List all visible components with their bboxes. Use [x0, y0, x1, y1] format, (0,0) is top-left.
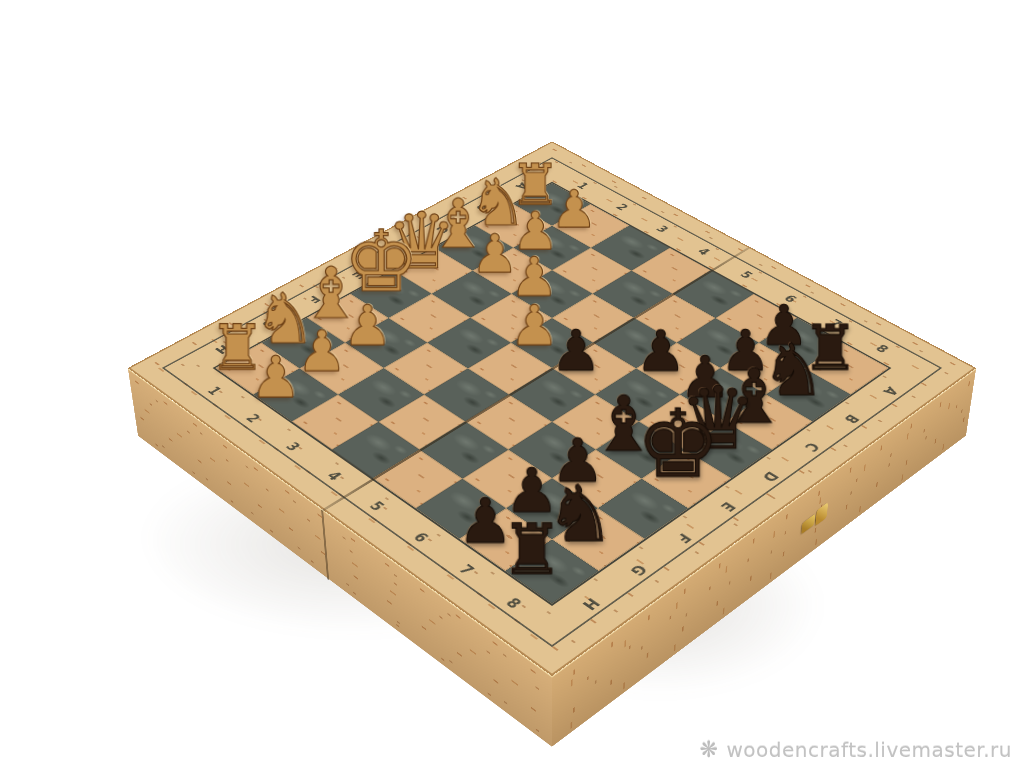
watermark: ❋ woodencrafts.livemaster.ru	[700, 737, 1012, 762]
black-rook-h8[interactable]: ♜	[498, 515, 565, 585]
latch-hook	[801, 514, 815, 535]
watermark-text: woodencrafts.livemaster.ru	[727, 738, 1013, 762]
white-pawn-h2[interactable]: ♟	[245, 349, 306, 406]
product-photo-scene: 11AA22BB33CC44DD55EE66FF77GG88HH ♜♟♟♜♞♟♟…	[0, 0, 1024, 768]
black-pawn-d5[interactable]: ♟	[546, 323, 606, 379]
livemaster-flower-icon: ❋	[700, 737, 719, 762]
black-king-e8[interactable]: ♚	[636, 397, 700, 491]
